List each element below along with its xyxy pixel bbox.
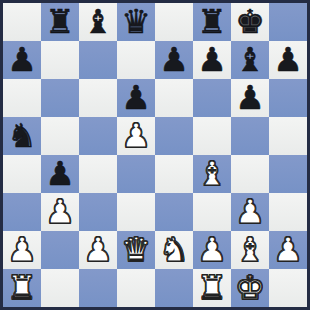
piece-black-bishop[interactable]: ♝: [231, 41, 269, 79]
square-g7[interactable]: ♝: [231, 41, 269, 79]
piece-black-pawn[interactable]: ♟: [3, 41, 41, 79]
square-f6[interactable]: [193, 79, 231, 117]
square-a2[interactable]: ♟: [3, 231, 41, 269]
square-d3[interactable]: [117, 193, 155, 231]
chess-board-frame: ♜♝♛♜♚♟♟♟♝♟♟♟♞♟♟♝♟♟♟♟♛♞♟♝♟♜♜♚: [0, 0, 310, 310]
piece-white-rook[interactable]: ♜: [3, 269, 41, 307]
piece-white-pawn[interactable]: ♟: [231, 193, 269, 231]
piece-white-pawn[interactable]: ♟: [269, 231, 307, 269]
square-h4[interactable]: [269, 155, 307, 193]
square-h6[interactable]: [269, 79, 307, 117]
piece-black-pawn[interactable]: ♟: [269, 41, 307, 79]
piece-white-queen[interactable]: ♛: [117, 231, 155, 269]
square-g1[interactable]: ♚: [231, 269, 269, 307]
square-c8[interactable]: ♝: [79, 3, 117, 41]
square-g5[interactable]: [231, 117, 269, 155]
square-b2[interactable]: [41, 231, 79, 269]
piece-black-pawn[interactable]: ♟: [231, 79, 269, 117]
square-b4[interactable]: ♟: [41, 155, 79, 193]
square-f8[interactable]: ♜: [193, 3, 231, 41]
piece-white-pawn[interactable]: ♟: [41, 193, 79, 231]
square-h5[interactable]: [269, 117, 307, 155]
square-g3[interactable]: ♟: [231, 193, 269, 231]
square-h3[interactable]: [269, 193, 307, 231]
piece-white-pawn[interactable]: ♟: [79, 231, 117, 269]
square-e4[interactable]: [155, 155, 193, 193]
square-b6[interactable]: [41, 79, 79, 117]
square-d5[interactable]: ♟: [117, 117, 155, 155]
square-g4[interactable]: [231, 155, 269, 193]
square-d2[interactable]: ♛: [117, 231, 155, 269]
piece-black-knight[interactable]: ♞: [3, 117, 41, 155]
square-f1[interactable]: ♜: [193, 269, 231, 307]
square-c3[interactable]: [79, 193, 117, 231]
piece-black-rook[interactable]: ♜: [193, 3, 231, 41]
piece-black-rook[interactable]: ♜: [41, 3, 79, 41]
square-h2[interactable]: ♟: [269, 231, 307, 269]
square-a8[interactable]: [3, 3, 41, 41]
piece-black-bishop[interactable]: ♝: [79, 3, 117, 41]
square-d8[interactable]: ♛: [117, 3, 155, 41]
square-a7[interactable]: ♟: [3, 41, 41, 79]
square-c4[interactable]: [79, 155, 117, 193]
square-h1[interactable]: [269, 269, 307, 307]
square-a6[interactable]: [3, 79, 41, 117]
square-g2[interactable]: ♝: [231, 231, 269, 269]
piece-black-pawn[interactable]: ♟: [41, 155, 79, 193]
square-a5[interactable]: ♞: [3, 117, 41, 155]
piece-black-king[interactable]: ♚: [231, 3, 269, 41]
square-b1[interactable]: [41, 269, 79, 307]
square-d1[interactable]: [117, 269, 155, 307]
square-g8[interactable]: ♚: [231, 3, 269, 41]
square-c2[interactable]: ♟: [79, 231, 117, 269]
chess-board: ♜♝♛♜♚♟♟♟♝♟♟♟♞♟♟♝♟♟♟♟♛♞♟♝♟♜♜♚: [3, 3, 307, 307]
square-f5[interactable]: [193, 117, 231, 155]
square-e1[interactable]: [155, 269, 193, 307]
square-e6[interactable]: [155, 79, 193, 117]
square-c6[interactable]: [79, 79, 117, 117]
piece-white-pawn[interactable]: ♟: [193, 231, 231, 269]
piece-white-pawn[interactable]: ♟: [117, 117, 155, 155]
piece-white-pawn[interactable]: ♟: [3, 231, 41, 269]
square-d4[interactable]: [117, 155, 155, 193]
square-b8[interactable]: ♜: [41, 3, 79, 41]
square-f7[interactable]: ♟: [193, 41, 231, 79]
piece-black-pawn[interactable]: ♟: [117, 79, 155, 117]
square-c7[interactable]: [79, 41, 117, 79]
square-d6[interactable]: ♟: [117, 79, 155, 117]
square-e8[interactable]: [155, 3, 193, 41]
piece-black-queen[interactable]: ♛: [117, 3, 155, 41]
square-a4[interactable]: [3, 155, 41, 193]
square-h7[interactable]: ♟: [269, 41, 307, 79]
square-g6[interactable]: ♟: [231, 79, 269, 117]
square-h8[interactable]: [269, 3, 307, 41]
square-f4[interactable]: ♝: [193, 155, 231, 193]
piece-black-pawn[interactable]: ♟: [155, 41, 193, 79]
piece-white-knight[interactable]: ♞: [155, 231, 193, 269]
square-b7[interactable]: [41, 41, 79, 79]
square-e7[interactable]: ♟: [155, 41, 193, 79]
square-e5[interactable]: [155, 117, 193, 155]
piece-white-king[interactable]: ♚: [231, 269, 269, 307]
square-e3[interactable]: [155, 193, 193, 231]
square-a1[interactable]: ♜: [3, 269, 41, 307]
piece-white-bishop[interactable]: ♝: [231, 231, 269, 269]
square-d7[interactable]: [117, 41, 155, 79]
square-f2[interactable]: ♟: [193, 231, 231, 269]
piece-black-pawn[interactable]: ♟: [193, 41, 231, 79]
square-a3[interactable]: [3, 193, 41, 231]
piece-white-bishop[interactable]: ♝: [193, 155, 231, 193]
square-b3[interactable]: ♟: [41, 193, 79, 231]
square-c1[interactable]: [79, 269, 117, 307]
piece-white-rook[interactable]: ♜: [193, 269, 231, 307]
square-c5[interactable]: [79, 117, 117, 155]
square-f3[interactable]: [193, 193, 231, 231]
square-e2[interactable]: ♞: [155, 231, 193, 269]
square-b5[interactable]: [41, 117, 79, 155]
